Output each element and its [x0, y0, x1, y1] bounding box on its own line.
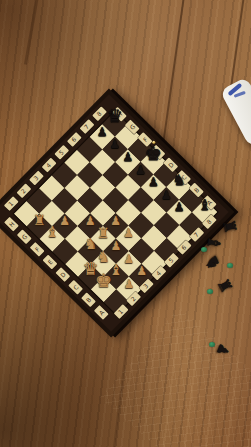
white-bishop-glyph: ♝: [46, 223, 59, 241]
felt-base: [207, 289, 213, 294]
felt-base: [209, 342, 215, 347]
white-pawn-glyph: ♟: [124, 277, 135, 291]
piece-black-pawn-b7[interactable]: ♟: [170, 191, 188, 215]
black-rook-glyph: ♜: [219, 217, 241, 235]
file-label-left: D: [55, 267, 70, 282]
file-label-left: A: [94, 305, 109, 320]
rank-label-top: 2: [16, 184, 31, 199]
file-label-left: F: [29, 242, 44, 257]
felt-base: [201, 247, 207, 252]
rank-label-top: 6: [67, 132, 82, 147]
chess-board[interactable]: HHGGFFEEDDCCBBAA1122334455667788 ♚♛♜♜♞♞♝…: [0, 89, 234, 338]
piece-black-bishop-a8[interactable]: ♝: [196, 190, 214, 214]
black-knight-glyph: ♞: [200, 251, 225, 273]
black-pawn-glyph: ♟: [174, 201, 185, 215]
file-label-left: C: [68, 279, 83, 294]
rank-label-top: 4: [41, 158, 56, 173]
file-label-left: B: [81, 292, 96, 307]
fallen-black-rook[interactable]: ♜: [212, 272, 240, 298]
file-label-left: H: [4, 216, 19, 231]
file-label-left: E: [42, 254, 57, 269]
piece-white-bishop-f1[interactable]: ♝: [43, 217, 61, 241]
rank-label-top: 3: [29, 171, 44, 186]
file-label-left: G: [16, 229, 31, 244]
piece-white-king-b1[interactable]: ♚: [95, 268, 113, 292]
tissue-pack: [220, 77, 251, 148]
board-frame: HHGGFFEEDDCCBBAA1122334455667788 ♚♛♜♜♞♞♝…: [0, 94, 229, 332]
king-brass-finial: [152, 141, 155, 144]
white-king-glyph: ♚: [95, 270, 112, 292]
black-rook-glyph: ♜: [213, 275, 237, 297]
black-pawn-glyph: ♟: [213, 341, 233, 359]
rank-label-top: 5: [54, 145, 69, 160]
floor-plank-seam: [24, 0, 39, 65]
felt-base: [227, 263, 233, 268]
photo-scene: HHGGFFEEDDCCBBAA1122334455667788 ♚♛♜♜♞♞♝…: [0, 0, 251, 447]
rank-label-top: 1: [4, 197, 19, 212]
floor-embossed-texture: [100, 307, 251, 447]
tissue-print: [234, 91, 246, 98]
fallen-black-rook[interactable]: ♜: [218, 215, 243, 237]
black-bishop-glyph: ♝: [198, 196, 211, 214]
fallen-black-knight[interactable]: ♞: [197, 250, 225, 276]
piece-white-pawn-a2[interactable]: ♟: [120, 267, 138, 291]
rank-label-top: 7: [79, 119, 94, 134]
